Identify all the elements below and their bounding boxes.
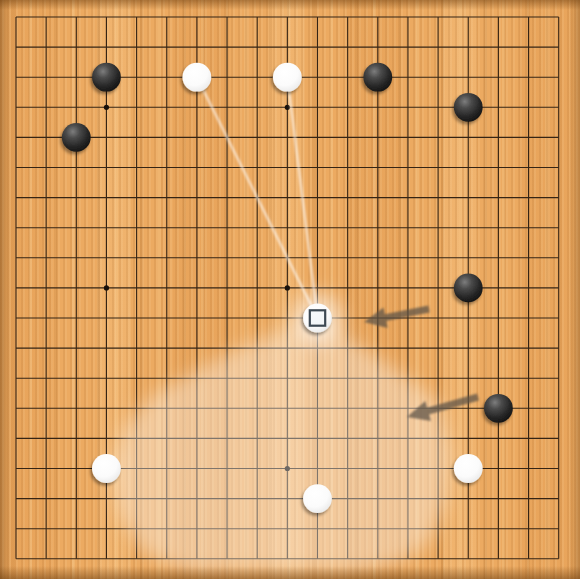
star-point-D10 <box>104 285 109 290</box>
go-app-window <box>0 0 580 579</box>
black-stone-Q10 <box>454 274 483 303</box>
black-stone-C15 <box>62 123 91 152</box>
go-board[interactable] <box>0 0 580 579</box>
go-board-canvas <box>0 0 580 579</box>
star-point-D16 <box>104 105 109 110</box>
star-point-K16 <box>285 105 290 110</box>
white-stone-D4 <box>92 454 121 483</box>
white-stone-G17 <box>183 63 212 92</box>
white-stone-L3 <box>303 484 332 513</box>
spotlight-beam <box>111 311 452 572</box>
black-stone-D17 <box>92 63 121 92</box>
annotation-arrow-1 <box>364 306 430 328</box>
black-stone-R6 <box>484 394 513 423</box>
black-stone-Q16 <box>454 93 483 122</box>
white-stone-Q4 <box>454 454 483 483</box>
last-move-square-marker <box>310 310 325 325</box>
star-point-K10 <box>285 285 290 290</box>
white-stone-K17 <box>273 63 302 92</box>
black-stone-N17 <box>363 63 392 92</box>
